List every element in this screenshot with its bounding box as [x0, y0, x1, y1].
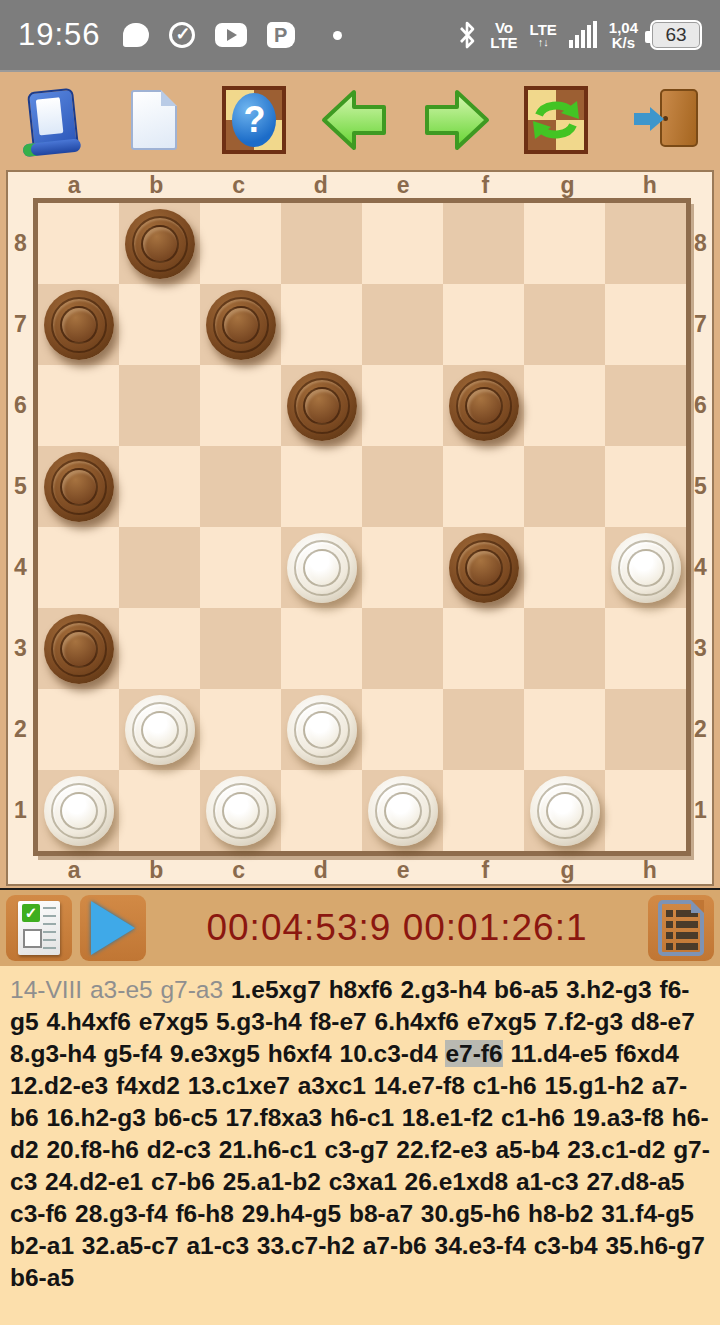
move-token[interactable]: a1-c3 — [516, 1168, 579, 1195]
clock-check-icon — [169, 22, 195, 48]
coordinate-label: a — [33, 856, 115, 884]
square-a1[interactable] — [38, 770, 119, 851]
move-token[interactable]: 34.e3-f4 — [435, 1232, 526, 1259]
bluetooth-icon — [456, 20, 478, 50]
square-a3[interactable] — [38, 608, 119, 689]
play-icon — [91, 901, 135, 955]
square-h2[interactable] — [605, 689, 686, 770]
move-token[interactable]: 19.a3-f8 — [573, 1104, 664, 1131]
coordinate-label: a — [33, 172, 115, 199]
moves-list-icon — [658, 900, 704, 956]
square-b2[interactable] — [119, 689, 200, 770]
move-token[interactable]: 11.d4-e5 — [510, 1040, 607, 1067]
coordinate-label: 6 — [8, 365, 33, 446]
square-b8[interactable] — [119, 203, 200, 284]
move-token[interactable]: 27.d8-a5 — [586, 1168, 684, 1195]
square-g8[interactable] — [524, 203, 605, 284]
square-b3[interactable] — [119, 608, 200, 689]
move-token[interactable]: 2.g3-h4 — [400, 976, 486, 1003]
square-d7[interactable] — [281, 284, 362, 365]
move-token[interactable]: h6-c1 — [330, 1104, 394, 1131]
file-labels-top: abcdefgh — [33, 172, 691, 198]
square-e2[interactable] — [362, 689, 443, 770]
board-setup-icon — [27, 88, 79, 152]
dark-man-a3[interactable] — [44, 614, 114, 684]
flip-board-button[interactable] — [511, 78, 602, 162]
coordinate-label: g — [527, 856, 609, 884]
dark-man-c7[interactable] — [206, 290, 276, 360]
game-clocks: 00:04:53:9 00:01:26:1 — [154, 907, 640, 949]
move-token[interactable]: c3-f6 — [10, 1200, 67, 1227]
square-g3[interactable] — [524, 608, 605, 689]
move-token[interactable]: 16.h2-g3 — [46, 1104, 145, 1131]
square-d3[interactable] — [281, 608, 362, 689]
move-token[interactable]: h8-b2 — [528, 1200, 593, 1227]
square-d1[interactable] — [281, 770, 362, 851]
move-token[interactable]: h8xf6 — [329, 976, 393, 1003]
square-h8[interactable] — [605, 203, 686, 284]
square-a4[interactable] — [38, 527, 119, 608]
coordinate-label: b — [115, 172, 197, 199]
square-a8[interactable] — [38, 203, 119, 284]
square-e6[interactable] — [362, 365, 443, 446]
hint-button[interactable]: ? — [209, 78, 300, 162]
move-token[interactable]: 17.f8xa3 — [225, 1104, 322, 1131]
white-man-d4[interactable] — [287, 533, 357, 603]
white-clock: 00:04:53:9 — [206, 907, 391, 948]
move-token[interactable]: 30.g5-h6 — [421, 1200, 520, 1227]
square-b5[interactable] — [119, 446, 200, 527]
coordinate-label: 2 — [689, 689, 712, 770]
move-token[interactable]: 14.e7-f8 — [374, 1072, 465, 1099]
square-f7[interactable] — [443, 284, 524, 365]
new-game-button[interactable] — [109, 78, 200, 162]
move-token[interactable]: 9.e3xg5 — [170, 1040, 260, 1067]
dark-man-d6[interactable] — [287, 371, 357, 441]
square-c5[interactable] — [200, 446, 281, 527]
checkers-board[interactable] — [33, 198, 691, 856]
white-man-a1[interactable] — [44, 776, 114, 846]
white-man-e1[interactable] — [368, 776, 438, 846]
new-document-icon — [131, 90, 177, 150]
move-token[interactable]: 24.d2-e1 — [45, 1168, 143, 1195]
arrow-back-icon — [318, 86, 392, 154]
coordinate-label: 7 — [8, 284, 33, 365]
move-token[interactable]: c7-b6 — [151, 1168, 215, 1195]
battery-icon: 63 — [650, 20, 702, 50]
coordinate-label: c — [198, 172, 280, 199]
move-token[interactable]: 28.g3-f4 — [75, 1200, 168, 1227]
coordinate-label: 4 — [689, 527, 712, 608]
exit-button[interactable] — [621, 78, 712, 162]
dark-man-a5[interactable] — [44, 452, 114, 522]
play-button[interactable] — [80, 895, 146, 961]
move-token[interactable]: c3xa1 — [329, 1168, 397, 1195]
coordinate-label: 5 — [689, 446, 712, 527]
exit-door-icon — [634, 89, 700, 151]
coordinate-label: h — [609, 172, 691, 199]
toolbar: ? — [0, 70, 720, 168]
square-f6[interactable] — [443, 365, 524, 446]
notification-icons: P — [123, 22, 342, 48]
move-token[interactable]: 32.a5-c7 — [82, 1232, 179, 1259]
coordinate-label: 4 — [8, 527, 33, 608]
move-token[interactable]: f6-h8 — [175, 1200, 234, 1227]
move-token[interactable]: b6-a5 — [10, 1264, 74, 1291]
move-token[interactable]: 23.c1-d2 — [567, 1136, 665, 1163]
square-e3[interactable] — [362, 608, 443, 689]
board-panel: abcdefgh abcdefgh 87654321 87654321 — [6, 170, 714, 886]
dark-man-f4[interactable] — [449, 533, 519, 603]
square-b6[interactable] — [119, 365, 200, 446]
coordinate-label: 3 — [8, 608, 33, 689]
coordinate-label: 7 — [689, 284, 712, 365]
move-token[interactable]: 35.h6-g7 — [605, 1232, 704, 1259]
move-token[interactable]: 21.h6-c1 — [219, 1136, 317, 1163]
move-token[interactable]: c3-b4 — [534, 1232, 598, 1259]
move-token[interactable]: 4.h4xf6 — [46, 1008, 130, 1035]
move-token[interactable]: c1-h6 — [473, 1072, 537, 1099]
file-labels-bottom: abcdefgh — [33, 856, 691, 884]
game-record-icon — [18, 901, 60, 955]
coordinate-label: 8 — [689, 203, 712, 284]
square-a7[interactable] — [38, 284, 119, 365]
coordinate-label: e — [362, 856, 444, 884]
move-token[interactable]: a7-b6 — [363, 1232, 427, 1259]
square-e8[interactable] — [362, 203, 443, 284]
white-man-d2[interactable] — [287, 695, 357, 765]
battery-percent: 63 — [665, 24, 686, 46]
move-token[interactable]: 22.f2-e3 — [396, 1136, 487, 1163]
square-f4[interactable] — [443, 527, 524, 608]
square-c2[interactable] — [200, 689, 281, 770]
status-bar: 19:56 P Vo LTE LTE ↑↓ 1,04 — [0, 0, 720, 70]
moves-list-button[interactable] — [648, 895, 714, 961]
move-token[interactable]: b2-a1 — [10, 1232, 74, 1259]
square-h6[interactable] — [605, 365, 686, 446]
move-token[interactable]: e7xg5 — [467, 1008, 536, 1035]
opening-header-token: g7-a3 — [153, 976, 223, 1003]
coordinate-label: f — [444, 856, 526, 884]
coordinate-label: 6 — [689, 365, 712, 446]
square-d4[interactable] — [281, 527, 362, 608]
white-man-h4[interactable] — [611, 533, 681, 603]
opening-header-token: a3-e5 — [82, 976, 152, 1003]
square-c8[interactable] — [200, 203, 281, 284]
move-token[interactable]: f6xd4 — [615, 1040, 679, 1067]
dark-man-a7[interactable] — [44, 290, 114, 360]
board-setup-button[interactable] — [8, 78, 99, 162]
square-g1[interactable] — [524, 770, 605, 851]
move-token[interactable]: h6xf4 — [268, 1040, 332, 1067]
square-c3[interactable] — [200, 608, 281, 689]
coordinate-label: d — [280, 856, 362, 884]
square-c1[interactable] — [200, 770, 281, 851]
move-token[interactable]: 12.d2-e3 — [10, 1072, 108, 1099]
move-token[interactable]: 15.g1-h2 — [545, 1072, 644, 1099]
square-c4[interactable] — [200, 527, 281, 608]
rank-labels-right: 87654321 — [689, 203, 712, 851]
move-token[interactable]: b6-c5 — [154, 1104, 218, 1131]
coordinate-label: c — [198, 856, 280, 884]
move-token[interactable]: 18.e1-f2 — [402, 1104, 493, 1131]
rank-labels-left: 87654321 — [8, 203, 33, 851]
square-g4[interactable] — [524, 527, 605, 608]
move-token[interactable]: c3-g7 — [325, 1136, 389, 1163]
square-h7[interactable] — [605, 284, 686, 365]
move-token[interactable]: a3xc1 — [298, 1072, 366, 1099]
square-h5[interactable] — [605, 446, 686, 527]
square-f2[interactable] — [443, 689, 524, 770]
move-token[interactable]: 1.e5xg7 — [231, 976, 321, 1003]
square-d2[interactable] — [281, 689, 362, 770]
clock-time: 19:56 — [18, 17, 101, 53]
board-section: abcdefgh abcdefgh 87654321 87654321 — [0, 168, 720, 888]
square-d5[interactable] — [281, 446, 362, 527]
move-token[interactable]: c1-h6 — [501, 1104, 565, 1131]
white-man-c1[interactable] — [206, 776, 276, 846]
powerpoint-icon: P — [267, 22, 295, 48]
move-token[interactable]: a5-b4 — [495, 1136, 559, 1163]
coordinate-label: e — [362, 172, 444, 199]
square-e4[interactable] — [362, 527, 443, 608]
coordinate-label: 1 — [8, 770, 33, 851]
lte-indicator: LTE ↑↓ — [530, 22, 557, 48]
coordinate-label: g — [527, 172, 609, 199]
square-b7[interactable] — [119, 284, 200, 365]
move-token[interactable]: 25.a1-b2 — [223, 1168, 321, 1195]
move-token[interactable]: 31.f4-g5 — [601, 1200, 694, 1227]
dark-man-f6[interactable] — [449, 371, 519, 441]
square-c7[interactable] — [200, 284, 281, 365]
move-token[interactable]: 29.h4-g5 — [242, 1200, 341, 1227]
dark-man-b8[interactable] — [125, 209, 195, 279]
coordinate-label: d — [280, 172, 362, 199]
game-record-button[interactable] — [6, 895, 72, 961]
square-d6[interactable] — [281, 365, 362, 446]
move-token[interactable]: 6.h4xf6 — [375, 1008, 459, 1035]
move-list[interactable]: 14-VIII a3-e5 g7-a3 1.e5xg7 h8xf6 2.g3-h… — [0, 966, 720, 1325]
white-man-g1[interactable] — [530, 776, 600, 846]
status-indicators: Vo LTE LTE ↑↓ 1,04 K/s 63 — [456, 20, 702, 50]
network-speed: 1,04 K/s — [609, 20, 638, 50]
move-token[interactable]: a1-c3 — [186, 1232, 249, 1259]
square-b4[interactable] — [119, 527, 200, 608]
arrow-forward-icon — [419, 86, 493, 154]
square-f3[interactable] — [443, 608, 524, 689]
move-token[interactable]: b8-a7 — [349, 1200, 413, 1227]
square-g6[interactable] — [524, 365, 605, 446]
square-g7[interactable] — [524, 284, 605, 365]
chat-bubble-icon — [123, 23, 149, 47]
signal-bars-icon — [569, 22, 597, 48]
move-token[interactable]: d2-c3 — [147, 1136, 211, 1163]
coordinate-label: 1 — [689, 770, 712, 851]
move-token[interactable]: d8-e7 — [631, 1008, 695, 1035]
volte-indicator: Vo LTE — [490, 20, 517, 50]
square-b1[interactable] — [119, 770, 200, 851]
coordinate-label: 3 — [689, 608, 712, 689]
move-token[interactable]: f4xd2 — [116, 1072, 180, 1099]
back-move-button[interactable] — [310, 78, 401, 162]
move-token[interactable]: 26.e1xd8 — [405, 1168, 509, 1195]
notification-dot-icon — [333, 31, 342, 40]
timer-bar: 00:04:53:9 00:01:26:1 — [0, 888, 720, 966]
forward-move-button[interactable] — [410, 78, 501, 162]
move-token[interactable]: g5-f4 — [104, 1040, 163, 1067]
square-d8[interactable] — [281, 203, 362, 284]
move-token[interactable]: 13.c1xe7 — [188, 1072, 290, 1099]
move-token[interactable]: 20.f8-h6 — [46, 1136, 139, 1163]
move-token[interactable]: 7.f2-g3 — [544, 1008, 623, 1035]
square-g5[interactable] — [524, 446, 605, 527]
square-e7[interactable] — [362, 284, 443, 365]
coordinate-label: 5 — [8, 446, 33, 527]
square-f5[interactable] — [443, 446, 524, 527]
current-move-token[interactable]: e7-f6 — [445, 1040, 502, 1067]
move-token[interactable]: b6-a5 — [494, 976, 558, 1003]
coordinate-label: 8 — [8, 203, 33, 284]
square-c6[interactable] — [200, 365, 281, 446]
square-h4[interactable] — [605, 527, 686, 608]
square-f1[interactable] — [443, 770, 524, 851]
square-e1[interactable] — [362, 770, 443, 851]
square-e5[interactable] — [362, 446, 443, 527]
coordinate-label: b — [115, 856, 197, 884]
square-f8[interactable] — [443, 203, 524, 284]
coordinate-label: h — [609, 856, 691, 884]
square-a5[interactable] — [38, 446, 119, 527]
square-g2[interactable] — [524, 689, 605, 770]
square-a6[interactable] — [38, 365, 119, 446]
move-token[interactable]: f8-e7 — [310, 1008, 367, 1035]
flip-board-icon — [524, 86, 588, 154]
square-a2[interactable] — [38, 689, 119, 770]
opening-header-token: 14-VIII — [10, 976, 82, 1003]
move-token[interactable]: 8.g3-h4 — [10, 1040, 96, 1067]
white-man-b2[interactable] — [125, 695, 195, 765]
square-h3[interactable] — [605, 608, 686, 689]
square-h1[interactable] — [605, 770, 686, 851]
move-token[interactable]: 5.g3-h4 — [216, 1008, 302, 1035]
black-clock: 00:01:26:1 — [403, 907, 588, 948]
move-token[interactable]: e7xg5 — [139, 1008, 208, 1035]
coordinate-label: f — [444, 172, 526, 199]
move-token[interactable]: 3.h2-g3 — [566, 976, 652, 1003]
move-token[interactable]: 10.c3-d4 — [340, 1040, 438, 1067]
youtube-icon — [215, 23, 247, 47]
coordinate-label: 2 — [8, 689, 33, 770]
move-token[interactable]: 33.c7-h2 — [257, 1232, 355, 1259]
checkers-app: 19:56 P Vo LTE LTE ↑↓ 1,04 — [0, 0, 720, 1325]
hint-question-icon: ? — [222, 86, 286, 154]
